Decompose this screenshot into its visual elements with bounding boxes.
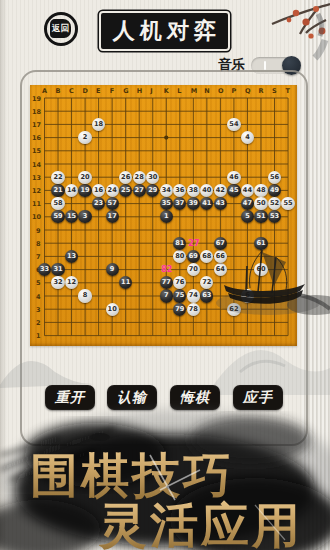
row-label-19: 19 [32,95,41,103]
col-label-P: P [231,87,236,95]
stone-32-B5: 32 [51,276,64,289]
row-label-17: 17 [32,121,41,129]
row-label-10: 10 [32,213,41,221]
stone-9-F6: 9 [106,263,119,276]
stone-44-Q12: 44 [241,184,254,197]
stone-61-R8: 61 [254,237,267,250]
stone-20-D13: 20 [78,171,91,184]
stone-74-M4: 74 [187,289,200,302]
row-label-3: 3 [36,306,41,314]
col-label-O: O [218,87,224,95]
stone-70-M6: 70 [187,263,200,276]
restart-button[interactable]: 重开 [45,385,95,410]
resign-button[interactable]: 认输 [107,385,157,410]
stone-10-F3: 10 [106,303,119,316]
row-label-13: 13 [32,174,41,182]
stone-24-F12: 24 [106,184,119,197]
col-label-Q: Q [245,87,251,95]
row-label-14: 14 [32,161,41,169]
back-button[interactable]: 返回 [44,12,78,46]
row-label-15: 15 [32,147,41,155]
col-label-A: A [42,87,47,95]
stone-55-T11: 55 [281,197,294,210]
col-label-C: C [69,87,74,95]
row-label-12: 12 [32,187,41,195]
banner-line2: 灵活应用 [99,494,303,550]
row-label-8: 8 [36,240,41,248]
stone-63-N4: 63 [200,289,213,302]
stone-58-B11: 58 [51,197,64,210]
title-plaque: 人机对弈 [101,13,228,49]
row-label-7: 7 [36,253,41,261]
stone-34-K12: 34 [160,184,173,197]
stone-38-M12: 38 [187,184,200,197]
stone-42-O12: 42 [214,184,227,197]
star-point [164,136,168,140]
back-button-label: 返回 [50,19,71,38]
stone-50-R11: 50 [254,197,267,210]
stone-45-P12: 45 [227,184,240,197]
stone-6-Q4: 6 [241,289,254,302]
stone-57-F11: 57 [106,197,119,210]
stone-60-R6: 60 [254,263,267,276]
col-label-M: M [191,87,197,95]
col-label-J: J [150,87,152,95]
col-label-F: F [110,87,114,95]
undo-button[interactable]: 悔棋 [170,385,220,410]
col-label-B: B [56,87,61,95]
col-label-D: D [83,87,88,95]
stone-14-C12: 14 [65,184,78,197]
left-edge-shade [0,0,7,550]
stone-59-B10: 59 [51,210,64,223]
toggle-on-tick [264,61,266,70]
row-label-9: 9 [36,227,41,235]
col-label-T: T [286,87,290,95]
stone-22-B13: 22 [51,171,64,184]
stone-67-O8: 67 [214,237,227,250]
stone-51-R10: 51 [254,210,267,223]
stone-19-D12: 19 [78,184,91,197]
stone-48-R12: 48 [254,184,267,197]
row-label-1: 1 [36,332,41,340]
stone-46-P13: 46 [227,171,240,184]
col-label-R: R [258,87,263,95]
last-move-marker-82-K6: 82 [161,265,172,274]
col-label-L: L [177,87,181,95]
row-label-18: 18 [32,108,41,116]
row-label-16: 16 [32,134,41,142]
stone-62-P3: 62 [227,303,240,316]
stone-30-J13: 30 [146,171,159,184]
stone-13-C7: 13 [65,250,78,263]
go-board[interactable]: ABCDEFGHJKLMNOPQRST191817161514131211109… [30,85,297,346]
stone-7-K4: 7 [160,289,173,302]
col-label-H: H [137,87,142,95]
row-label-2: 2 [36,319,41,327]
last-move-marker-27-M8: 27 [188,239,199,248]
stone-2-D16: 2 [78,131,91,144]
stone-17-F10: 17 [106,210,119,223]
col-label-G: G [123,87,128,95]
stone-64-O6: 64 [214,263,227,276]
stone-8-D4: 8 [78,289,91,302]
stone-26-G13: 26 [119,171,132,184]
stone-56-S13: 56 [268,171,281,184]
stone-39-M11: 39 [187,197,200,210]
page-title: 人机对弈 [112,16,221,46]
row-label-4: 4 [36,293,41,301]
col-label-S: S [272,87,277,95]
row-label-5: 5 [36,279,41,287]
stone-49-S12: 49 [268,184,281,197]
stone-54-P17: 54 [227,118,240,131]
row-label-11: 11 [32,200,41,208]
col-label-K: K [164,87,169,95]
app-screen: { "app": { "title": "人机对弈", "back_label"… [0,0,330,550]
stone-78-M3: 78 [187,303,200,316]
stone-69-M7: 69 [187,250,200,263]
stone-3-D10: 3 [78,210,91,223]
stone-21-B12: 21 [51,184,64,197]
stone-66-O7: 66 [214,250,227,263]
stone-35-K11: 35 [160,197,173,210]
stone-43-O11: 43 [214,197,227,210]
hint-button[interactable]: 应手 [233,385,283,410]
stone-75-L4: 75 [173,289,186,302]
stone-27-H12: 27 [133,184,146,197]
col-label-N: N [204,87,209,95]
col-label-E: E [96,87,100,95]
stone-28-H13: 28 [133,171,146,184]
stone-31-B6: 31 [51,263,64,276]
